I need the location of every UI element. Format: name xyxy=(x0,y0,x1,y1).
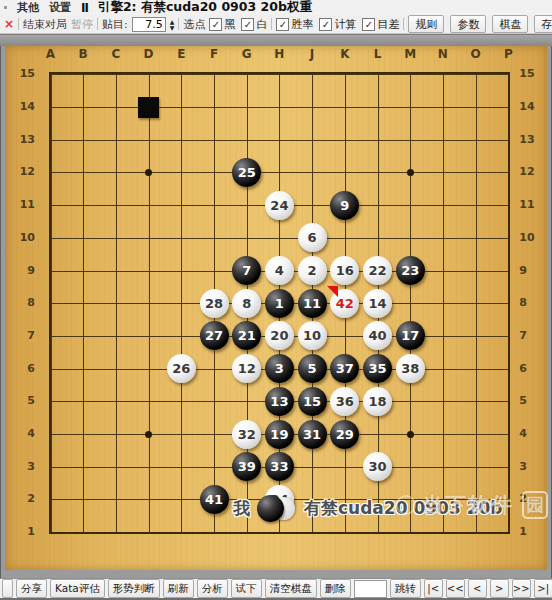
watermark-logo-icon xyxy=(396,495,416,515)
stone-7-G9[interactable]: 7 xyxy=(232,256,261,285)
stone-13-H5[interactable]: 13 xyxy=(265,387,294,416)
star-point xyxy=(407,431,414,438)
move-number: 40 xyxy=(368,329,386,342)
menu-item-other[interactable]: 其他 xyxy=(17,0,39,15)
bottom-button-分析[interactable]: 分析 xyxy=(197,579,228,598)
stone-22-L9[interactable]: 22 xyxy=(363,256,392,285)
stone-23-M9[interactable]: 23 xyxy=(396,256,425,285)
menu-items: 其他设置 xyxy=(17,0,71,15)
bottom-button-Kata评估[interactable]: Kata评估 xyxy=(50,579,105,598)
bottom-button-删除[interactable]: 删除 xyxy=(320,579,351,598)
move-number: 24 xyxy=(270,199,288,212)
stone-3-H6[interactable]: 3 xyxy=(265,354,294,383)
checkbox-label: 胜率 xyxy=(291,17,313,32)
coord-number: 13 xyxy=(519,133,534,146)
stone-14-L8[interactable]: 14 xyxy=(363,289,392,318)
pause-button[interactable]: 暂停 xyxy=(71,17,93,32)
coord-number: 9 xyxy=(17,264,35,277)
move-number: 22 xyxy=(368,264,386,277)
move-number: 2 xyxy=(308,264,317,277)
checkbox-icon: ✓ xyxy=(276,18,289,31)
move-number: 6 xyxy=(308,231,317,244)
nav-last-button[interactable]: >| xyxy=(534,579,552,598)
stone-42-K8[interactable]: 42 xyxy=(330,289,359,318)
stone-24-H11[interactable]: 24 xyxy=(265,191,294,220)
stone-9-K11[interactable]: 9 xyxy=(330,191,359,220)
move-number: 38 xyxy=(401,362,419,375)
stone-32-G4[interactable]: 32 xyxy=(232,420,261,449)
coord-number: 3 xyxy=(17,460,35,473)
stone-18-L5[interactable]: 18 xyxy=(363,387,392,416)
checkbox-icon: ✓ xyxy=(319,18,332,31)
move-number: 27 xyxy=(205,329,223,342)
stone-10-J7[interactable]: 10 xyxy=(298,321,327,350)
coord-letter: J xyxy=(304,47,320,61)
move-number: 25 xyxy=(238,166,256,179)
stone-31-J4[interactable]: 31 xyxy=(298,420,327,449)
nav-forward-button[interactable]: > xyxy=(490,579,509,598)
coord-number: 14 xyxy=(519,100,534,113)
nav-back-button[interactable]: < xyxy=(468,579,487,598)
move-number: 14 xyxy=(368,297,386,310)
coord-number: 6 xyxy=(519,362,527,375)
coord-letter: K xyxy=(337,47,353,61)
bottom-button-形势判断[interactable]: 形势判断 xyxy=(108,579,160,598)
bottom-button-分享[interactable]: 分享 xyxy=(16,579,47,598)
bottom-buttons-left: 分享Kata评估形势判断刷新分析试下清空棋盘删除 xyxy=(16,579,351,598)
coord-number: 15 xyxy=(519,67,534,80)
coord-number: 12 xyxy=(519,165,534,178)
stone-11-J8[interactable]: 11 xyxy=(298,289,327,318)
coord-letter: L xyxy=(370,47,386,61)
stone-41-F2[interactable]: 41 xyxy=(200,485,229,514)
watermark-boxed-char: 园 xyxy=(522,491,548,519)
close-icon[interactable]: × xyxy=(4,18,14,30)
star-point xyxy=(145,169,152,176)
nav-fast-forward-button[interactable]: >> xyxy=(512,579,531,598)
coord-number: 4 xyxy=(17,427,35,440)
coord-number: 10 xyxy=(17,231,35,244)
checkbox-胜率[interactable]: ✓胜率 xyxy=(276,17,313,32)
checkbox-计算[interactable]: ✓计算 xyxy=(319,17,356,32)
coord-letter: P xyxy=(500,47,516,61)
move-number: 16 xyxy=(336,264,354,277)
move-number: 9 xyxy=(340,199,349,212)
stone-15-J5[interactable]: 15 xyxy=(298,387,327,416)
coord-number: 1 xyxy=(17,525,35,538)
app-window: { "game": "go", "menubar": { "menu_items… xyxy=(0,0,552,600)
jump-input[interactable] xyxy=(354,580,387,598)
coord-letter: F xyxy=(206,47,222,61)
watermark-text: 当下软件 xyxy=(422,491,514,519)
clipped-button[interactable] xyxy=(2,579,13,598)
move-number: 13 xyxy=(270,395,288,408)
move-number: 7 xyxy=(242,264,251,277)
window-icon xyxy=(4,6,7,9)
move-number: 19 xyxy=(270,428,288,441)
bottom-toolbar: 分享Kata评估形势判断刷新分析试下清空棋盘删除 跳转 |<<<<>>>>| 手… xyxy=(0,578,552,600)
coord-number: 5 xyxy=(519,394,527,407)
stone-35-L6[interactable]: 35 xyxy=(363,354,392,383)
checkbox-icon: ✓ xyxy=(241,18,254,31)
end-game-button[interactable]: 结束对局 xyxy=(23,17,67,32)
coord-letter: C xyxy=(108,47,124,61)
coord-number: 7 xyxy=(17,329,35,342)
coord-number: 6 xyxy=(17,362,35,375)
stone-29-K4[interactable]: 29 xyxy=(330,420,359,449)
coord-number: 7 xyxy=(519,329,527,342)
move-number: 8 xyxy=(242,297,251,310)
move-number: 36 xyxy=(336,395,354,408)
komi-stepper[interactable]: ▲▼ xyxy=(170,19,175,30)
checkbox-label: 目差 xyxy=(377,17,399,32)
star-point xyxy=(407,169,414,176)
coord-number: 8 xyxy=(519,296,527,309)
stone-38-M6[interactable]: 38 xyxy=(396,354,425,383)
coord-letter: A xyxy=(43,47,59,61)
coord-number: 2 xyxy=(17,492,35,505)
coord-letter: O xyxy=(468,47,484,61)
move-number: 39 xyxy=(238,460,256,473)
coord-number: 1 xyxy=(519,525,527,538)
stone-33-H3[interactable]: 33 xyxy=(265,452,294,481)
coord-number: 10 xyxy=(519,231,534,244)
stone-4-H9[interactable]: 4 xyxy=(265,256,294,285)
black-stone-icon xyxy=(257,495,297,522)
move-number: 29 xyxy=(336,428,354,441)
divider xyxy=(97,18,98,30)
stone-6-J10[interactable]: 6 xyxy=(298,223,327,252)
navigation-buttons: |<<<<>>>>| xyxy=(424,579,552,598)
divider xyxy=(18,18,19,30)
checkbox-icon: ✓ xyxy=(209,18,222,31)
coord-number: 11 xyxy=(17,198,35,211)
move-number: 5 xyxy=(308,362,317,375)
move-number: 42 xyxy=(336,297,354,310)
komi-input[interactable] xyxy=(132,17,166,32)
coord-letter: D xyxy=(141,47,157,61)
move-number: 41 xyxy=(205,493,223,506)
bottom-button-清空棋盘[interactable]: 清空棋盘 xyxy=(265,579,317,598)
watermark: 当下软件 园 xyxy=(396,491,548,519)
pause-icon[interactable]: Ⅱ xyxy=(81,1,88,15)
checkbox-目差[interactable]: ✓目差 xyxy=(362,17,399,32)
bottom-button-试下[interactable]: 试下 xyxy=(231,579,262,598)
stone-1-H8[interactable]: 1 xyxy=(265,289,294,318)
color-checkboxes: ✓黑✓白 xyxy=(209,17,267,32)
checkbox-label: 白 xyxy=(256,17,267,32)
move-number: 37 xyxy=(336,362,354,375)
coord-letter: B xyxy=(75,47,91,61)
coord-number: 5 xyxy=(17,394,35,407)
checkbox-label: 黑 xyxy=(224,17,235,32)
menu-bar: 其他设置 Ⅱ 引擎2: 有禁cuda20 0903 20b权重 xyxy=(0,0,552,15)
coord-letter: H xyxy=(271,47,287,61)
move-number: 30 xyxy=(368,460,386,473)
checkbox-黑[interactable]: ✓黑 xyxy=(209,17,235,32)
move-number: 1 xyxy=(275,297,284,310)
move-number: 33 xyxy=(270,460,288,473)
checkbox-icon: ✓ xyxy=(362,18,375,31)
toolbar-button-规则[interactable]: 规则 xyxy=(408,15,444,33)
stone-17-M7[interactable]: 17 xyxy=(396,321,425,350)
checkbox-label: 计算 xyxy=(334,17,356,32)
coord-number: 3 xyxy=(519,460,527,473)
settings-buttons: 规则参数棋盘存档 xyxy=(408,15,552,33)
coord-number: 11 xyxy=(519,198,534,211)
control-toolbar: × 结束对局 暂停 贴目: ▲▼ 选点 ✓黑✓白 ✓胜率✓计算✓目差 规则参数棋… xyxy=(0,15,552,34)
stone-36-K5[interactable]: 36 xyxy=(330,387,359,416)
window-band xyxy=(0,34,552,46)
move-number: 20 xyxy=(270,329,288,342)
stone-28-F8[interactable]: 28 xyxy=(200,289,229,318)
stone-2-J9[interactable]: 2 xyxy=(298,256,327,285)
stone-5-J6[interactable]: 5 xyxy=(298,354,327,383)
komi-label: 贴目: xyxy=(102,17,128,32)
select-point-label: 选点 xyxy=(183,17,205,32)
divider xyxy=(403,18,404,30)
menu-item-settings[interactable]: 设置 xyxy=(49,0,71,15)
move-number: 18 xyxy=(368,395,386,408)
coord-number: 12 xyxy=(17,165,35,178)
nav-first-button[interactable]: |< xyxy=(424,579,443,598)
move-number: 11 xyxy=(303,297,321,310)
black-square-marker xyxy=(138,97,159,118)
divider xyxy=(271,18,272,30)
move-number: 21 xyxy=(238,329,256,342)
coord-letter: M xyxy=(402,47,418,61)
coord-letter: G xyxy=(239,47,255,61)
coord-number: 15 xyxy=(17,67,35,80)
stone-25-G12[interactable]: 25 xyxy=(232,158,261,187)
coord-number: 4 xyxy=(519,427,527,440)
coord-number: 9 xyxy=(519,264,527,277)
move-number: 4 xyxy=(275,264,284,277)
move-number: 17 xyxy=(401,329,419,342)
move-number: 10 xyxy=(303,329,321,342)
checkbox-白[interactable]: ✓白 xyxy=(241,17,267,32)
move-number: 15 xyxy=(303,395,321,408)
stone-26-E6[interactable]: 26 xyxy=(167,354,196,383)
engine-title: 引擎2: 有禁cuda20 0903 20b权重 xyxy=(98,0,312,16)
bottom-button-刷新[interactable]: 刷新 xyxy=(163,579,194,598)
jump-button[interactable]: 跳转 xyxy=(390,579,421,598)
move-number: 12 xyxy=(238,362,256,375)
coord-letter: N xyxy=(435,47,451,61)
stone-8-G8[interactable]: 8 xyxy=(232,289,261,318)
player-label: 我 xyxy=(233,497,250,520)
toolbar-button-存档[interactable]: 存档 xyxy=(534,15,552,33)
divider xyxy=(178,18,179,30)
move-number: 31 xyxy=(303,428,321,441)
move-number: 23 xyxy=(401,264,419,277)
nav-fast-back-button[interactable]: << xyxy=(446,579,465,598)
star-point xyxy=(145,431,152,438)
move-number: 28 xyxy=(205,297,223,310)
coord-number: 13 xyxy=(17,133,35,146)
move-number: 3 xyxy=(275,362,284,375)
coord-number: 14 xyxy=(17,100,35,113)
stone-30-L3[interactable]: 30 xyxy=(363,452,392,481)
toolbar-button-参数[interactable]: 参数 xyxy=(450,15,486,33)
coord-letter: E xyxy=(173,47,189,61)
last-move-triangle-icon xyxy=(327,286,338,297)
toolbar-button-棋盘[interactable]: 棋盘 xyxy=(492,15,528,33)
stone-27-F7[interactable]: 27 xyxy=(200,321,229,350)
move-number: 35 xyxy=(368,362,386,375)
coord-number: 8 xyxy=(17,296,35,309)
stone-19-H4[interactable]: 19 xyxy=(265,420,294,449)
analysis-checkboxes: ✓胜率✓计算✓目差 xyxy=(276,17,399,32)
move-number: 26 xyxy=(172,362,190,375)
move-number: 32 xyxy=(238,428,256,441)
